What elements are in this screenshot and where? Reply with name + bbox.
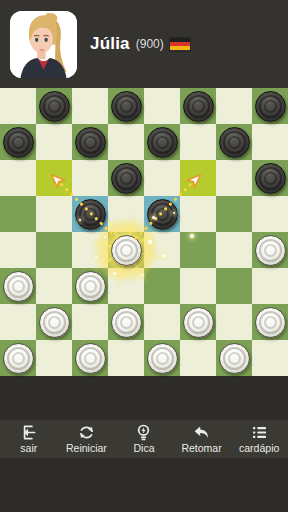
menu-label: cardápio bbox=[239, 443, 279, 454]
square-r7c1[interactable] bbox=[36, 340, 72, 376]
exit-icon bbox=[19, 423, 38, 442]
square-r0c6[interactable] bbox=[216, 88, 252, 124]
white-piece[interactable] bbox=[3, 343, 34, 374]
square-r7c3[interactable] bbox=[108, 340, 144, 376]
square-r0c3[interactable] bbox=[108, 88, 144, 124]
square-r0c0[interactable] bbox=[0, 88, 36, 124]
square-r0c2[interactable] bbox=[72, 88, 108, 124]
white-piece[interactable] bbox=[111, 307, 142, 338]
white-piece[interactable] bbox=[3, 271, 34, 302]
german-flag-icon bbox=[170, 38, 190, 51]
white-piece[interactable] bbox=[39, 307, 70, 338]
black-piece[interactable] bbox=[3, 127, 34, 158]
square-r3c7[interactable] bbox=[252, 196, 288, 232]
square-r3c1[interactable] bbox=[36, 196, 72, 232]
restart-label: Reiniciar bbox=[66, 443, 107, 454]
square-r0c7[interactable] bbox=[252, 88, 288, 124]
black-piece[interactable] bbox=[147, 127, 178, 158]
black-piece[interactable] bbox=[111, 91, 142, 122]
square-r6c7[interactable] bbox=[252, 304, 288, 340]
sparkle bbox=[173, 212, 175, 214]
square-r1c2[interactable] bbox=[72, 124, 108, 160]
square-r3c6[interactable] bbox=[216, 196, 252, 232]
black-piece[interactable] bbox=[255, 163, 286, 194]
white-piece[interactable] bbox=[255, 307, 286, 338]
square-r1c1[interactable] bbox=[36, 124, 72, 160]
sparkle bbox=[95, 256, 97, 258]
checkers-app: Júlia (900) sair bbox=[0, 0, 288, 512]
undo-label: Retomar bbox=[181, 443, 221, 454]
sparkle bbox=[190, 234, 194, 238]
opponent-avatar[interactable] bbox=[10, 11, 77, 78]
square-r3c5[interactable] bbox=[180, 196, 216, 232]
opponent-info: Júlia (900) bbox=[90, 34, 190, 54]
black-piece[interactable] bbox=[75, 199, 106, 230]
sparkle bbox=[141, 274, 143, 276]
square-r0c1[interactable] bbox=[36, 88, 72, 124]
opponent-rating: (900) bbox=[136, 37, 164, 51]
square-r1c4[interactable] bbox=[144, 124, 180, 160]
selected-white-piece[interactable] bbox=[111, 235, 142, 266]
white-piece[interactable] bbox=[75, 271, 106, 302]
square-r6c3[interactable] bbox=[108, 304, 144, 340]
sparkle bbox=[113, 272, 116, 275]
restart-button[interactable]: Reiniciar bbox=[58, 420, 116, 458]
black-piece[interactable] bbox=[111, 163, 142, 194]
white-piece[interactable] bbox=[75, 343, 106, 374]
square-r2c4[interactable] bbox=[144, 160, 180, 196]
square-r5c1[interactable] bbox=[36, 268, 72, 304]
menu-button[interactable]: cardápio bbox=[230, 420, 288, 458]
sparkle bbox=[162, 254, 165, 257]
square-r1c6[interactable] bbox=[216, 124, 252, 160]
square-r4c3[interactable] bbox=[108, 232, 144, 268]
opponent-name: Júlia bbox=[90, 34, 130, 54]
black-piece[interactable] bbox=[75, 127, 106, 158]
toolbar: sair Reiniciar Dica Retomar bbox=[0, 420, 288, 458]
black-piece[interactable] bbox=[219, 127, 250, 158]
bottom-filler bbox=[0, 458, 288, 512]
square-r6c6[interactable] bbox=[216, 304, 252, 340]
white-piece[interactable] bbox=[255, 235, 286, 266]
square-r0c5[interactable] bbox=[180, 88, 216, 124]
undo-button[interactable]: Retomar bbox=[173, 420, 231, 458]
restart-icon bbox=[77, 423, 96, 442]
square-r2c7[interactable] bbox=[252, 160, 288, 196]
white-piece[interactable] bbox=[183, 307, 214, 338]
square-r2c2[interactable] bbox=[72, 160, 108, 196]
square-r5c0[interactable] bbox=[0, 268, 36, 304]
square-r2c0[interactable] bbox=[0, 160, 36, 196]
opponent-avatar-illustration bbox=[10, 11, 77, 78]
black-piece[interactable] bbox=[147, 199, 178, 230]
exit-button[interactable]: sair bbox=[0, 420, 58, 458]
square-r1c5[interactable] bbox=[180, 124, 216, 160]
white-piece[interactable] bbox=[219, 343, 250, 374]
sparkle bbox=[79, 219, 81, 221]
square-r4c7[interactable] bbox=[252, 232, 288, 268]
square-r2c3[interactable] bbox=[108, 160, 144, 196]
hint-label: Dica bbox=[133, 443, 154, 454]
square-r7c4[interactable] bbox=[144, 340, 180, 376]
white-piece[interactable] bbox=[147, 343, 178, 374]
sparkle bbox=[104, 236, 106, 238]
square-r6c5[interactable] bbox=[180, 304, 216, 340]
square-r2c5[interactable] bbox=[180, 160, 216, 196]
square-r4c0[interactable] bbox=[0, 232, 36, 268]
square-r7c7[interactable] bbox=[252, 340, 288, 376]
square-r1c7[interactable] bbox=[252, 124, 288, 160]
square-r7c5[interactable] bbox=[180, 340, 216, 376]
black-piece[interactable] bbox=[39, 91, 70, 122]
square-r6c0[interactable] bbox=[0, 304, 36, 340]
sparkle bbox=[152, 216, 155, 219]
square-r7c0[interactable] bbox=[0, 340, 36, 376]
board-cells bbox=[0, 88, 288, 376]
checkers-board[interactable] bbox=[0, 88, 288, 376]
square-r2c6[interactable] bbox=[216, 160, 252, 196]
square-r5c6[interactable] bbox=[216, 268, 252, 304]
square-r0c4[interactable] bbox=[144, 88, 180, 124]
square-r7c6[interactable] bbox=[216, 340, 252, 376]
square-r1c0[interactable] bbox=[0, 124, 36, 160]
black-piece[interactable] bbox=[255, 91, 286, 122]
exit-label: sair bbox=[20, 443, 37, 454]
square-r5c5[interactable] bbox=[180, 268, 216, 304]
sparkle bbox=[148, 240, 152, 244]
opponent-bar: Júlia (900) bbox=[0, 0, 288, 88]
square-r7c2[interactable] bbox=[72, 340, 108, 376]
square-r4c6[interactable] bbox=[216, 232, 252, 268]
square-r1c3[interactable] bbox=[108, 124, 144, 160]
hint-bulb-icon bbox=[134, 423, 153, 442]
square-r3c0[interactable] bbox=[0, 196, 36, 232]
hint-button[interactable]: Dica bbox=[115, 420, 173, 458]
square-r5c7[interactable] bbox=[252, 268, 288, 304]
menu-icon bbox=[250, 423, 269, 442]
undo-icon bbox=[192, 423, 211, 442]
black-piece[interactable] bbox=[183, 91, 214, 122]
square-r4c5[interactable] bbox=[180, 232, 216, 268]
square-r6c4[interactable] bbox=[144, 304, 180, 340]
square-r6c2[interactable] bbox=[72, 304, 108, 340]
square-r4c1[interactable] bbox=[36, 232, 72, 268]
board-bottom-spacer bbox=[0, 376, 288, 420]
square-r2c1[interactable] bbox=[36, 160, 72, 196]
square-r6c1[interactable] bbox=[36, 304, 72, 340]
